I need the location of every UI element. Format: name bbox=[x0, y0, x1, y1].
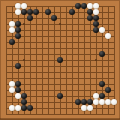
grid-line-horizontal bbox=[6, 72, 115, 73]
black-stone[interactable] bbox=[51, 15, 57, 21]
black-stone[interactable] bbox=[99, 51, 105, 57]
white-stone[interactable] bbox=[9, 27, 15, 33]
black-stone[interactable] bbox=[27, 105, 33, 111]
star-point bbox=[59, 23, 61, 25]
white-stone[interactable] bbox=[99, 27, 105, 33]
grid-line-horizontal bbox=[6, 114, 115, 115]
star-point bbox=[95, 59, 97, 61]
white-stone[interactable] bbox=[15, 9, 21, 15]
white-stone[interactable] bbox=[93, 9, 99, 15]
star-point bbox=[23, 59, 25, 61]
white-stone[interactable] bbox=[9, 87, 15, 93]
black-stone[interactable] bbox=[27, 15, 33, 21]
black-stone[interactable] bbox=[105, 87, 111, 93]
black-stone[interactable] bbox=[57, 57, 63, 63]
white-stone[interactable] bbox=[111, 99, 117, 105]
white-stone[interactable] bbox=[105, 33, 111, 39]
white-stone[interactable] bbox=[15, 105, 21, 111]
grid-line-horizontal bbox=[6, 66, 115, 67]
white-stone[interactable] bbox=[87, 105, 93, 111]
grid-line-horizontal bbox=[6, 78, 115, 79]
black-stone[interactable] bbox=[9, 39, 15, 45]
white-stone[interactable] bbox=[21, 3, 27, 9]
black-stone[interactable] bbox=[15, 33, 21, 39]
black-stone[interactable] bbox=[15, 63, 21, 69]
grid-line-horizontal bbox=[6, 90, 115, 91]
go-board[interactable] bbox=[0, 0, 120, 120]
white-stone[interactable] bbox=[15, 93, 21, 99]
star-point bbox=[23, 23, 25, 25]
black-stone[interactable] bbox=[33, 9, 39, 15]
grid-line-vertical bbox=[72, 6, 73, 115]
black-stone[interactable] bbox=[69, 9, 75, 15]
black-stone[interactable] bbox=[57, 93, 63, 99]
black-stone[interactable] bbox=[45, 9, 51, 15]
grid-line-vertical bbox=[66, 6, 67, 115]
black-stone[interactable] bbox=[99, 81, 105, 87]
